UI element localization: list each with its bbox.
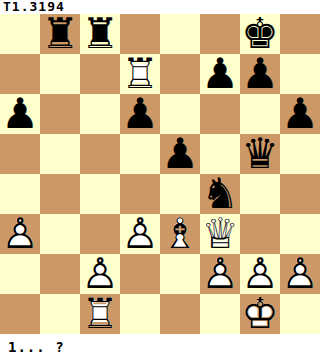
square-d6[interactable]: ♟ — [120, 94, 160, 134]
square-d7[interactable]: ♜♖ — [120, 54, 160, 94]
piece-white-rook-fill: ♜ — [120, 54, 160, 94]
square-a6[interactable]: ♟ — [0, 94, 40, 134]
piece-white-pawn-fill: ♟ — [280, 254, 320, 294]
square-b3[interactable] — [40, 214, 80, 254]
square-c4[interactable] — [80, 174, 120, 214]
square-f6[interactable] — [200, 94, 240, 134]
piece-white-queen: ♕ — [200, 214, 240, 254]
square-f5[interactable] — [200, 134, 240, 174]
square-e7[interactable] — [160, 54, 200, 94]
piece-black-king: ♚ — [240, 14, 280, 54]
square-b5[interactable] — [40, 134, 80, 174]
square-c7[interactable] — [80, 54, 120, 94]
move-prompt-label: 1... ? — [8, 338, 65, 356]
square-b6[interactable] — [40, 94, 80, 134]
piece-white-pawn: ♙ — [280, 254, 320, 294]
piece-white-pawn-fill: ♟ — [120, 214, 160, 254]
square-g3[interactable] — [240, 214, 280, 254]
square-a7[interactable] — [0, 54, 40, 94]
square-a1[interactable] — [0, 294, 40, 334]
piece-white-rook: ♖ — [80, 294, 120, 334]
square-h4[interactable] — [280, 174, 320, 214]
piece-white-pawn-fill: ♟ — [80, 254, 120, 294]
square-a2[interactable] — [0, 254, 40, 294]
square-d3[interactable]: ♟♙ — [120, 214, 160, 254]
piece-white-pawn: ♙ — [200, 254, 240, 294]
square-a8[interactable] — [0, 14, 40, 54]
square-h8[interactable] — [280, 14, 320, 54]
square-d2[interactable] — [120, 254, 160, 294]
square-d4[interactable] — [120, 174, 160, 214]
piece-black-rook: ♜ — [40, 14, 80, 54]
square-e6[interactable] — [160, 94, 200, 134]
square-b4[interactable] — [40, 174, 80, 214]
piece-black-pawn: ♟ — [160, 134, 200, 174]
square-f7[interactable]: ♟ — [200, 54, 240, 94]
square-b8[interactable]: ♜ — [40, 14, 80, 54]
square-e8[interactable] — [160, 14, 200, 54]
piece-white-pawn: ♙ — [240, 254, 280, 294]
square-f8[interactable] — [200, 14, 240, 54]
square-b2[interactable] — [40, 254, 80, 294]
square-f3[interactable]: ♛♕ — [200, 214, 240, 254]
piece-white-queen-fill: ♛ — [200, 214, 240, 254]
square-f2[interactable]: ♟♙ — [200, 254, 240, 294]
piece-white-bishop: ♗ — [160, 214, 200, 254]
square-c2[interactable]: ♟♙ — [80, 254, 120, 294]
square-d5[interactable] — [120, 134, 160, 174]
piece-black-queen: ♛ — [240, 134, 280, 174]
square-b1[interactable] — [40, 294, 80, 334]
square-c5[interactable] — [80, 134, 120, 174]
piece-white-king-fill: ♚ — [240, 294, 280, 334]
square-h5[interactable] — [280, 134, 320, 174]
square-e5[interactable]: ♟ — [160, 134, 200, 174]
piece-black-pawn: ♟ — [280, 94, 320, 134]
piece-white-pawn: ♙ — [80, 254, 120, 294]
square-b7[interactable] — [40, 54, 80, 94]
piece-white-pawn-fill: ♟ — [0, 214, 40, 254]
piece-black-pawn: ♟ — [200, 54, 240, 94]
square-c8[interactable]: ♜ — [80, 14, 120, 54]
piece-white-pawn: ♙ — [120, 214, 160, 254]
piece-black-pawn: ♟ — [120, 94, 160, 134]
square-c3[interactable] — [80, 214, 120, 254]
piece-white-pawn-fill: ♟ — [200, 254, 240, 294]
square-g7[interactable]: ♟ — [240, 54, 280, 94]
square-g2[interactable]: ♟♙ — [240, 254, 280, 294]
square-g6[interactable] — [240, 94, 280, 134]
square-a5[interactable] — [0, 134, 40, 174]
square-h1[interactable] — [280, 294, 320, 334]
piece-white-rook: ♖ — [120, 54, 160, 94]
square-g5[interactable]: ♛ — [240, 134, 280, 174]
square-f4[interactable]: ♞ — [200, 174, 240, 214]
chess-board: ♜♜♚♜♖♟♟♟♟♟♟♛♞♟♙♟♙♝♗♛♕♟♙♟♙♟♙♟♙♜♖♚♔ — [0, 14, 320, 334]
piece-white-pawn: ♙ — [0, 214, 40, 254]
piece-white-king: ♔ — [240, 294, 280, 334]
square-e3[interactable]: ♝♗ — [160, 214, 200, 254]
square-d1[interactable] — [120, 294, 160, 334]
square-h2[interactable]: ♟♙ — [280, 254, 320, 294]
piece-black-pawn: ♟ — [0, 94, 40, 134]
square-h7[interactable] — [280, 54, 320, 94]
square-c6[interactable] — [80, 94, 120, 134]
puzzle-id-label: T1.3194 — [3, 0, 65, 14]
square-h6[interactable]: ♟ — [280, 94, 320, 134]
square-f1[interactable] — [200, 294, 240, 334]
square-a4[interactable] — [0, 174, 40, 214]
piece-black-pawn: ♟ — [240, 54, 280, 94]
square-g8[interactable]: ♚ — [240, 14, 280, 54]
square-h3[interactable] — [280, 214, 320, 254]
piece-black-knight: ♞ — [200, 174, 240, 214]
square-e2[interactable] — [160, 254, 200, 294]
piece-white-pawn-fill: ♟ — [240, 254, 280, 294]
square-a3[interactable]: ♟♙ — [0, 214, 40, 254]
piece-white-bishop-fill: ♝ — [160, 214, 200, 254]
square-c1[interactable]: ♜♖ — [80, 294, 120, 334]
square-d8[interactable] — [120, 14, 160, 54]
square-e1[interactable] — [160, 294, 200, 334]
piece-black-rook: ♜ — [80, 14, 120, 54]
piece-white-rook-fill: ♜ — [80, 294, 120, 334]
square-g1[interactable]: ♚♔ — [240, 294, 280, 334]
square-g4[interactable] — [240, 174, 280, 214]
square-e4[interactable] — [160, 174, 200, 214]
